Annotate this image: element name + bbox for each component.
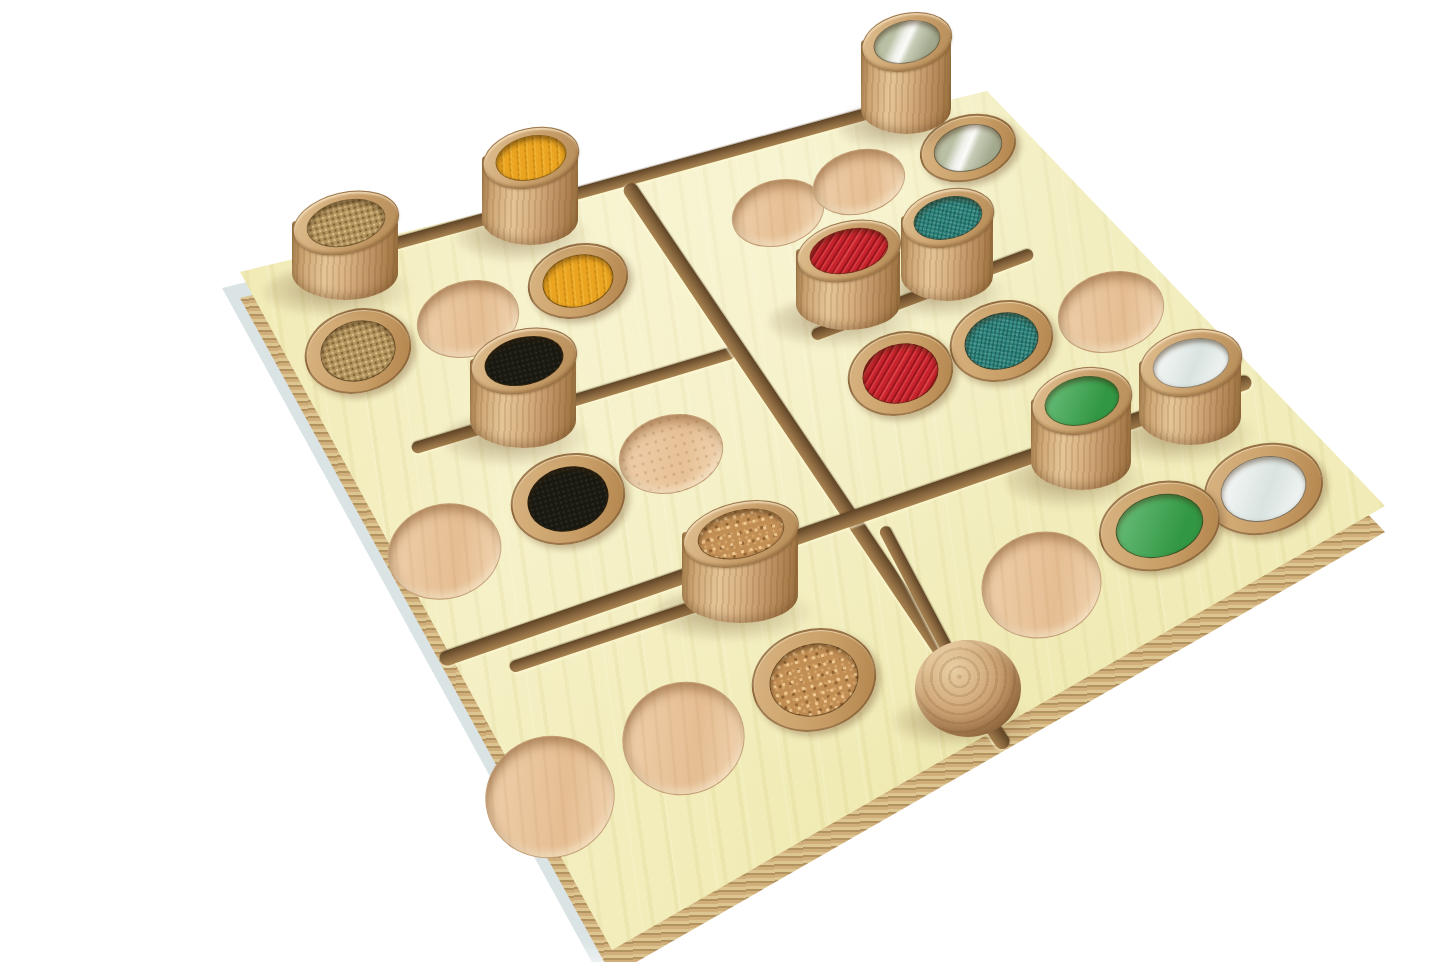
black-cylinder[interactable] [470, 329, 576, 448]
white-disc-face [1213, 447, 1313, 531]
wood-dome-body [915, 640, 1021, 737]
burlap-disc-face [313, 312, 403, 389]
black-disc-face [520, 458, 617, 541]
board-layer [0, 0, 1445, 962]
empty-recess-9 [609, 668, 757, 809]
teal-cylinder-face [909, 189, 987, 246]
wood-dome[interactable] [915, 640, 1021, 737]
empty-recess-8 [471, 721, 628, 872]
white-cylinder-face [1148, 331, 1234, 396]
cork-cylinder[interactable] [682, 502, 798, 623]
yellow-cylinder[interactable] [482, 128, 578, 245]
green-cylinder[interactable] [1031, 368, 1131, 490]
green-cylinder-face [1040, 369, 1125, 434]
mirror-cylinder[interactable] [861, 13, 951, 134]
white-cylinder[interactable] [1139, 330, 1241, 445]
cork-disc-face [761, 633, 867, 726]
teal-cylinder[interactable] [901, 189, 993, 301]
red-cylinder[interactable] [796, 221, 900, 330]
empty-recess-2 [610, 403, 733, 506]
empty-recess-7 [376, 490, 512, 612]
empty-recess-6 [969, 518, 1113, 652]
mirror-cylinder-face [869, 14, 945, 71]
burlap-cylinder[interactable] [292, 192, 398, 300]
photo-scene [0, 0, 1445, 962]
